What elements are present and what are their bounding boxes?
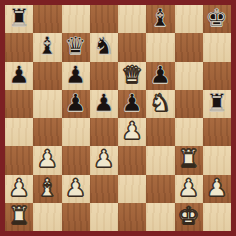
black-knight-piece[interactable]: ♞ [93, 34, 115, 58]
square-c7[interactable]: ♛ [62, 33, 90, 61]
black-queen-piece[interactable]: ♛ [65, 34, 87, 58]
square-g6[interactable] [175, 62, 203, 90]
square-e7[interactable] [118, 33, 146, 61]
board-frame: ♜♝♚♝♛♞♟♟♛♟♟♟♟♞♜♟♟♟♜♟♝♟♟♟♜♚ [0, 0, 236, 236]
square-h6[interactable] [203, 62, 231, 90]
white-knight-piece[interactable]: ♞ [150, 91, 172, 115]
square-h2[interactable]: ♟ [203, 175, 231, 203]
square-e2[interactable] [118, 175, 146, 203]
square-c1[interactable] [62, 203, 90, 231]
white-pawn-piece[interactable]: ♟ [206, 176, 228, 200]
square-d1[interactable] [90, 203, 118, 231]
square-e5[interactable]: ♟ [118, 90, 146, 118]
square-c3[interactable] [62, 146, 90, 174]
black-pawn-piece[interactable]: ♟ [65, 91, 87, 115]
square-a5[interactable] [5, 90, 33, 118]
white-king-piece[interactable]: ♚ [178, 204, 200, 228]
square-h4[interactable] [203, 118, 231, 146]
square-h1[interactable] [203, 203, 231, 231]
square-b2[interactable]: ♝ [33, 175, 61, 203]
square-h5[interactable]: ♜ [203, 90, 231, 118]
square-g5[interactable] [175, 90, 203, 118]
white-pawn-piece[interactable]: ♟ [93, 147, 115, 171]
square-f3[interactable] [146, 146, 174, 174]
square-d2[interactable] [90, 175, 118, 203]
black-pawn-piece[interactable]: ♟ [65, 63, 87, 87]
square-b6[interactable] [33, 62, 61, 90]
square-d8[interactable] [90, 5, 118, 33]
black-pawn-piece[interactable]: ♟ [150, 63, 172, 87]
white-rook-piece[interactable]: ♜ [178, 147, 200, 171]
chess-app: ♜♝♚♝♛♞♟♟♛♟♟♟♟♞♜♟♟♟♜♟♝♟♟♟♜♚ [0, 0, 236, 236]
square-b1[interactable] [33, 203, 61, 231]
white-pawn-piece[interactable]: ♟ [65, 176, 87, 200]
square-e4[interactable]: ♟ [118, 118, 146, 146]
square-f6[interactable]: ♟ [146, 62, 174, 90]
square-c6[interactable]: ♟ [62, 62, 90, 90]
square-g7[interactable] [175, 33, 203, 61]
white-rook-piece[interactable]: ♜ [8, 204, 30, 228]
square-d4[interactable] [90, 118, 118, 146]
square-g2[interactable]: ♟ [175, 175, 203, 203]
square-a8[interactable]: ♜ [5, 5, 33, 33]
black-pawn-piece[interactable]: ♟ [93, 91, 115, 115]
square-f2[interactable] [146, 175, 174, 203]
square-h7[interactable] [203, 33, 231, 61]
square-f7[interactable] [146, 33, 174, 61]
square-a6[interactable]: ♟ [5, 62, 33, 90]
square-c4[interactable] [62, 118, 90, 146]
square-e6[interactable]: ♛ [118, 62, 146, 90]
square-e8[interactable] [118, 5, 146, 33]
black-pawn-piece[interactable]: ♟ [8, 63, 30, 87]
square-c5[interactable]: ♟ [62, 90, 90, 118]
square-g4[interactable] [175, 118, 203, 146]
white-pawn-piece[interactable]: ♟ [37, 147, 59, 171]
square-d7[interactable]: ♞ [90, 33, 118, 61]
square-a1[interactable]: ♜ [5, 203, 33, 231]
square-c8[interactable] [62, 5, 90, 33]
square-d5[interactable]: ♟ [90, 90, 118, 118]
square-h8[interactable]: ♚ [203, 5, 231, 33]
square-f1[interactable] [146, 203, 174, 231]
square-e1[interactable] [118, 203, 146, 231]
square-d3[interactable]: ♟ [90, 146, 118, 174]
black-bishop-piece[interactable]: ♝ [150, 6, 172, 30]
black-rook-piece[interactable]: ♜ [8, 6, 30, 30]
square-b3[interactable]: ♟ [33, 146, 61, 174]
square-e3[interactable] [118, 146, 146, 174]
black-pawn-piece[interactable]: ♟ [121, 91, 143, 115]
square-b7[interactable]: ♝ [33, 33, 61, 61]
square-h3[interactable] [203, 146, 231, 174]
white-pawn-piece[interactable]: ♟ [178, 176, 200, 200]
square-a4[interactable] [5, 118, 33, 146]
square-c2[interactable]: ♟ [62, 175, 90, 203]
black-bishop-piece[interactable]: ♝ [37, 34, 59, 58]
white-bishop-piece[interactable]: ♝ [37, 176, 59, 200]
square-g8[interactable] [175, 5, 203, 33]
chess-board: ♜♝♚♝♛♞♟♟♛♟♟♟♟♞♜♟♟♟♜♟♝♟♟♟♜♚ [5, 5, 231, 231]
white-pawn-piece[interactable]: ♟ [8, 176, 30, 200]
square-g3[interactable]: ♜ [175, 146, 203, 174]
square-b4[interactable] [33, 118, 61, 146]
square-f4[interactable] [146, 118, 174, 146]
white-queen-piece[interactable]: ♛ [121, 63, 143, 87]
square-a7[interactable] [5, 33, 33, 61]
square-d6[interactable] [90, 62, 118, 90]
white-pawn-piece[interactable]: ♟ [121, 119, 143, 143]
square-f5[interactable]: ♞ [146, 90, 174, 118]
black-king-piece[interactable]: ♚ [206, 6, 228, 30]
square-b5[interactable] [33, 90, 61, 118]
square-a2[interactable]: ♟ [5, 175, 33, 203]
square-g1[interactable]: ♚ [175, 203, 203, 231]
square-f8[interactable]: ♝ [146, 5, 174, 33]
black-rook-piece[interactable]: ♜ [206, 91, 228, 115]
square-a3[interactable] [5, 146, 33, 174]
square-b8[interactable] [33, 5, 61, 33]
